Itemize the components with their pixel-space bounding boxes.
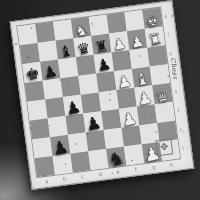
- piece-black-pawn[interactable]: ♟: [96, 57, 113, 75]
- file-label-d: d: [98, 171, 102, 177]
- piece-white-pawn[interactable]: ♟: [111, 36, 127, 54]
- compass-cross-icon: ✥: [160, 142, 170, 153]
- file-label-b: b: [63, 175, 67, 181]
- piece-white-king[interactable]: ♚: [145, 13, 161, 30]
- rank-label-7: 7: [166, 33, 170, 38]
- rank-label-4: 4: [174, 89, 178, 94]
- file-label-h: h: [170, 161, 174, 167]
- piece-white-pawn[interactable]: ♟: [129, 34, 145, 52]
- piece-white-queen[interactable]: ♛: [154, 86, 172, 106]
- chess-board: ♞♚♝♛♜♟♟♜♚♟♟♟♝♟♟♛♟♟♟♟♞ abcdefgh 12345678 …: [10, 0, 195, 190]
- rank-label-6: 6: [169, 52, 173, 57]
- square-h5[interactable]: [150, 64, 170, 85]
- piece-black-rook[interactable]: ♜: [94, 38, 110, 56]
- piece-black-pawn[interactable]: ♟: [64, 98, 82, 118]
- piece-black-pawn[interactable]: ♟: [51, 137, 70, 158]
- piece-black-king[interactable]: ♚: [24, 66, 41, 84]
- photo-stage: ♞♚♝♛♜♟♟♜♚♟♟♟♝♟♟♛♟♟♟♟♞ abcdefgh 12345678 …: [0, 0, 200, 200]
- file-label-a: a: [45, 178, 49, 184]
- file-label-f: f: [135, 166, 138, 172]
- file-label-e: e: [116, 168, 120, 174]
- file-label-g: g: [152, 164, 156, 170]
- piece-black-pawn[interactable]: ♟: [42, 64, 59, 82]
- piece-black-queen[interactable]: ♛: [76, 41, 92, 59]
- rank-label-3: 3: [176, 108, 180, 113]
- piece-white-rook[interactable]: ♜: [147, 31, 163, 49]
- piece-white-pawn[interactable]: ♟: [116, 73, 134, 92]
- rank-label-8: 8: [164, 14, 168, 19]
- board-brand-text: Chess: [169, 57, 180, 80]
- piece-white-knight[interactable]: ♞: [74, 22, 90, 39]
- board-squares: ♞♚♝♛♜♟♟♜♚♟♟♟♝♟♟♛♟♟♟♟♞: [17, 8, 180, 177]
- piece-white-pawn[interactable]: ♟: [136, 89, 154, 109]
- piece-black-bishop[interactable]: ♝: [58, 43, 74, 61]
- rank-label-2: 2: [179, 127, 183, 132]
- file-label-c: c: [81, 173, 85, 179]
- rank-label-1: 1: [181, 146, 185, 151]
